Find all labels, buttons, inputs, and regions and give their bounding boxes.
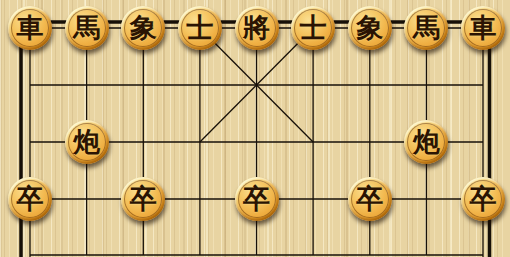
piece-glyph: 將 [243,14,270,41]
piece-glyph: 卒 [17,185,44,212]
piece-glyph: 卒 [470,185,497,212]
piece-black-horse-c1r0[interactable]: 馬 [65,6,109,50]
piece-black-chariot-c8r0[interactable]: 車 [461,6,505,50]
piece-face: 馬 [407,9,445,47]
piece-face: 士 [181,9,219,47]
piece-glyph: 士 [300,14,327,41]
piece-face: 車 [11,9,49,47]
piece-face: 炮 [68,123,106,161]
piece-face: 象 [124,9,162,47]
piece-glyph: 炮 [413,128,440,155]
piece-black-soldier-c2r3[interactable]: 卒 [121,177,165,221]
piece-face: 卒 [351,180,389,218]
piece-glyph: 卒 [243,185,270,212]
piece-face: 士 [294,9,332,47]
piece-face: 將 [238,9,276,47]
piece-glyph: 炮 [73,128,100,155]
piece-face: 炮 [407,123,445,161]
piece-face: 象 [351,9,389,47]
piece-black-chariot-c0r0[interactable]: 車 [8,6,52,50]
piece-glyph: 馬 [413,14,440,41]
piece-face: 車 [464,9,502,47]
piece-glyph: 馬 [73,14,100,41]
piece-face: 卒 [11,180,49,218]
piece-glyph: 車 [470,14,497,41]
piece-glyph: 象 [356,14,383,41]
xiangqi-board: 車馬象士將士象馬車炮炮卒卒卒卒卒 [0,0,510,257]
piece-glyph: 士 [186,14,213,41]
piece-black-general-c4r0[interactable]: 將 [235,6,279,50]
piece-black-advisor-c3r0[interactable]: 士 [178,6,222,50]
piece-black-soldier-c4r3[interactable]: 卒 [235,177,279,221]
piece-glyph: 象 [130,14,157,41]
piece-black-soldier-c0r3[interactable]: 卒 [8,177,52,221]
piece-face: 卒 [124,180,162,218]
piece-glyph: 車 [17,14,44,41]
piece-face: 馬 [68,9,106,47]
piece-black-soldier-c8r3[interactable]: 卒 [461,177,505,221]
piece-glyph: 卒 [356,185,383,212]
piece-black-cannon-c1r2[interactable]: 炮 [65,120,109,164]
piece-black-soldier-c6r3[interactable]: 卒 [348,177,392,221]
piece-glyph: 卒 [130,185,157,212]
piece-black-advisor-c5r0[interactable]: 士 [291,6,335,50]
piece-face: 卒 [238,180,276,218]
piece-black-elephant-c2r0[interactable]: 象 [121,6,165,50]
piece-black-elephant-c6r0[interactable]: 象 [348,6,392,50]
piece-face: 卒 [464,180,502,218]
